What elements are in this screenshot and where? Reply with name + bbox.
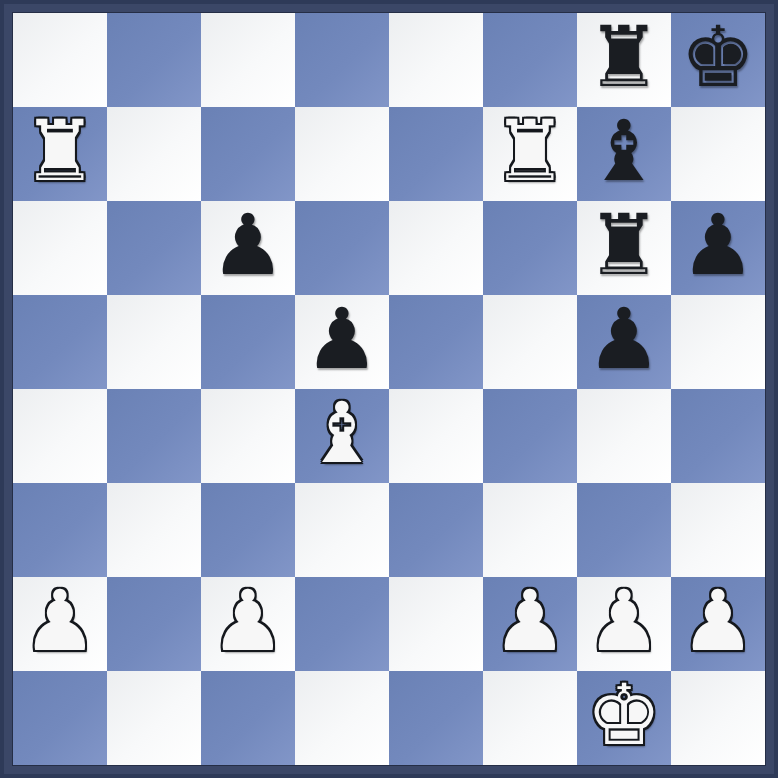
square-g8[interactable]: ♜ [577, 13, 671, 107]
square-a1[interactable] [13, 671, 107, 765]
piece-white-pawn[interactable]: ♟ [680, 577, 755, 668]
square-d7[interactable] [295, 107, 389, 201]
square-f7[interactable]: ♜ [483, 107, 577, 201]
square-c8[interactable] [201, 13, 295, 107]
square-g2[interactable]: ♟ [577, 577, 671, 671]
square-a8[interactable] [13, 13, 107, 107]
chess-board-frame: ♜♚♜♜♝♟♜♟♟♟♝♟♟♟♟♟♚ [0, 0, 778, 778]
square-d2[interactable] [295, 577, 389, 671]
square-f8[interactable] [483, 13, 577, 107]
piece-black-pawn[interactable]: ♟ [304, 295, 379, 386]
piece-white-pawn[interactable]: ♟ [492, 577, 567, 668]
piece-white-pawn[interactable]: ♟ [22, 577, 97, 668]
square-b4[interactable] [107, 389, 201, 483]
square-b6[interactable] [107, 201, 201, 295]
square-a7[interactable]: ♜ [13, 107, 107, 201]
square-h2[interactable]: ♟ [671, 577, 765, 671]
square-e7[interactable] [389, 107, 483, 201]
square-b8[interactable] [107, 13, 201, 107]
piece-white-rook[interactable]: ♜ [492, 107, 567, 198]
square-f6[interactable] [483, 201, 577, 295]
square-h1[interactable] [671, 671, 765, 765]
piece-black-pawn[interactable]: ♟ [210, 201, 285, 292]
square-b2[interactable] [107, 577, 201, 671]
square-a3[interactable] [13, 483, 107, 577]
square-d6[interactable] [295, 201, 389, 295]
square-a5[interactable] [13, 295, 107, 389]
square-f2[interactable]: ♟ [483, 577, 577, 671]
square-h8[interactable]: ♚ [671, 13, 765, 107]
square-g3[interactable] [577, 483, 671, 577]
square-e4[interactable] [389, 389, 483, 483]
square-b7[interactable] [107, 107, 201, 201]
piece-black-king[interactable]: ♚ [680, 13, 755, 104]
piece-black-pawn[interactable]: ♟ [586, 295, 661, 386]
square-a6[interactable] [13, 201, 107, 295]
piece-white-pawn[interactable]: ♟ [586, 577, 661, 668]
square-f5[interactable] [483, 295, 577, 389]
piece-white-bishop[interactable]: ♝ [304, 389, 379, 480]
square-b3[interactable] [107, 483, 201, 577]
piece-white-king[interactable]: ♚ [586, 671, 661, 762]
square-c1[interactable] [201, 671, 295, 765]
square-c2[interactable]: ♟ [201, 577, 295, 671]
square-c3[interactable] [201, 483, 295, 577]
square-a2[interactable]: ♟ [13, 577, 107, 671]
square-f1[interactable] [483, 671, 577, 765]
square-g5[interactable]: ♟ [577, 295, 671, 389]
square-a4[interactable] [13, 389, 107, 483]
square-h7[interactable] [671, 107, 765, 201]
square-e3[interactable] [389, 483, 483, 577]
square-e1[interactable] [389, 671, 483, 765]
square-d8[interactable] [295, 13, 389, 107]
square-h4[interactable] [671, 389, 765, 483]
square-c6[interactable]: ♟ [201, 201, 295, 295]
square-b1[interactable] [107, 671, 201, 765]
square-e8[interactable] [389, 13, 483, 107]
square-g7[interactable]: ♝ [577, 107, 671, 201]
square-e2[interactable] [389, 577, 483, 671]
square-d5[interactable]: ♟ [295, 295, 389, 389]
piece-black-rook[interactable]: ♜ [586, 201, 661, 292]
square-h6[interactable]: ♟ [671, 201, 765, 295]
square-g1[interactable]: ♚ [577, 671, 671, 765]
square-f4[interactable] [483, 389, 577, 483]
square-g6[interactable]: ♜ [577, 201, 671, 295]
piece-black-pawn[interactable]: ♟ [680, 201, 755, 292]
piece-black-rook[interactable]: ♜ [586, 13, 661, 104]
piece-white-rook[interactable]: ♜ [22, 107, 97, 198]
square-h5[interactable] [671, 295, 765, 389]
piece-black-bishop[interactable]: ♝ [586, 107, 661, 198]
square-h3[interactable] [671, 483, 765, 577]
square-c5[interactable] [201, 295, 295, 389]
square-d3[interactable] [295, 483, 389, 577]
square-e6[interactable] [389, 201, 483, 295]
square-c7[interactable] [201, 107, 295, 201]
square-d4[interactable]: ♝ [295, 389, 389, 483]
square-e5[interactable] [389, 295, 483, 389]
square-f3[interactable] [483, 483, 577, 577]
square-g4[interactable] [577, 389, 671, 483]
square-c4[interactable] [201, 389, 295, 483]
square-b5[interactable] [107, 295, 201, 389]
piece-white-pawn[interactable]: ♟ [210, 577, 285, 668]
chess-board: ♜♚♜♜♝♟♜♟♟♟♝♟♟♟♟♟♚ [13, 13, 765, 765]
square-d1[interactable] [295, 671, 389, 765]
